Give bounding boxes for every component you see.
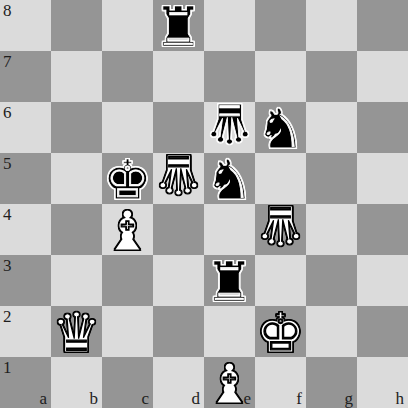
square-b6[interactable]: [51, 102, 102, 153]
square-a8[interactable]: 8: [0, 0, 51, 51]
square-d7[interactable]: [153, 51, 204, 102]
chess-board: 8♜76♛♞5♚♛♞4♝♛3♜2♛♚1abcde♝fgh: [0, 0, 408, 408]
square-f2[interactable]: ♚: [255, 306, 306, 357]
square-a3[interactable]: 3: [0, 255, 51, 306]
file-label-b: b: [90, 390, 99, 407]
square-g5[interactable]: [306, 153, 357, 204]
piece-black-rook[interactable]: ♜: [154, 0, 203, 55]
square-h7[interactable]: [357, 51, 408, 102]
square-b8[interactable]: [51, 0, 102, 51]
piece-black-knight[interactable]: ♞: [256, 102, 305, 157]
square-c7[interactable]: [102, 51, 153, 102]
rank-label-8: 8: [3, 2, 12, 19]
file-label-d: d: [192, 390, 201, 407]
square-e2[interactable]: [204, 306, 255, 357]
square-e4[interactable]: [204, 204, 255, 255]
square-g7[interactable]: [306, 51, 357, 102]
piece-white-bishop[interactable]: ♝: [205, 357, 254, 408]
piece-white-king[interactable]: ♚: [256, 306, 305, 361]
square-b4[interactable]: [51, 204, 102, 255]
square-d4[interactable]: [153, 204, 204, 255]
rank-label-5: 5: [3, 155, 12, 172]
square-b7[interactable]: [51, 51, 102, 102]
square-g8[interactable]: [306, 0, 357, 51]
square-e6[interactable]: ♛: [204, 102, 255, 153]
square-c4[interactable]: ♝: [102, 204, 153, 255]
square-b5[interactable]: [51, 153, 102, 204]
file-label-f: f: [296, 390, 302, 407]
rank-label-3: 3: [3, 257, 12, 274]
square-c2[interactable]: [102, 306, 153, 357]
square-d1[interactable]: d: [153, 357, 204, 408]
square-g2[interactable]: [306, 306, 357, 357]
square-f8[interactable]: [255, 0, 306, 51]
rank-label-6: 6: [3, 104, 12, 121]
square-h5[interactable]: [357, 153, 408, 204]
square-a1[interactable]: 1a: [0, 357, 51, 408]
rank-label-7: 7: [3, 53, 12, 70]
square-c3[interactable]: [102, 255, 153, 306]
square-d8[interactable]: ♜: [153, 0, 204, 51]
piece-black-rook[interactable]: ♜: [205, 255, 254, 310]
square-c5[interactable]: ♚: [102, 153, 153, 204]
square-h6[interactable]: [357, 102, 408, 153]
piece-white-queen[interactable]: ♛: [52, 306, 101, 361]
square-h8[interactable]: [357, 0, 408, 51]
square-a2[interactable]: 2: [0, 306, 51, 357]
square-f3[interactable]: [255, 255, 306, 306]
square-g6[interactable]: [306, 102, 357, 153]
file-label-c: c: [141, 390, 149, 407]
square-c1[interactable]: c: [102, 357, 153, 408]
square-f4[interactable]: ♛: [255, 204, 306, 255]
rank-label-4: 4: [3, 206, 12, 223]
piece-white-bishop[interactable]: ♝: [103, 204, 152, 259]
square-d3[interactable]: [153, 255, 204, 306]
file-label-h: h: [396, 390, 405, 407]
square-f1[interactable]: f: [255, 357, 306, 408]
square-a4[interactable]: 4: [0, 204, 51, 255]
square-c6[interactable]: [102, 102, 153, 153]
square-h1[interactable]: h: [357, 357, 408, 408]
square-b3[interactable]: [51, 255, 102, 306]
square-g3[interactable]: [306, 255, 357, 306]
square-g4[interactable]: [306, 204, 357, 255]
square-a6[interactable]: 6: [0, 102, 51, 153]
piece-black-knight[interactable]: ♞: [205, 153, 254, 208]
rank-label-2: 2: [3, 308, 12, 325]
square-e3[interactable]: ♜: [204, 255, 255, 306]
square-h2[interactable]: [357, 306, 408, 357]
file-label-g: g: [345, 390, 354, 407]
square-f7[interactable]: [255, 51, 306, 102]
square-b2[interactable]: ♛: [51, 306, 102, 357]
square-b1[interactable]: b: [51, 357, 102, 408]
rank-label-1: 1: [3, 359, 12, 376]
square-e1[interactable]: e♝: [204, 357, 255, 408]
square-a5[interactable]: 5: [0, 153, 51, 204]
square-f6[interactable]: ♞: [255, 102, 306, 153]
piece-white-grasshopper[interactable]: ♛: [154, 146, 203, 201]
square-d2[interactable]: [153, 306, 204, 357]
square-e8[interactable]: [204, 0, 255, 51]
piece-black-grasshopper[interactable]: ♛: [205, 95, 254, 150]
file-label-a: a: [39, 390, 47, 407]
square-h3[interactable]: [357, 255, 408, 306]
piece-white-grasshopper[interactable]: ♛: [256, 197, 305, 252]
square-d5[interactable]: ♛: [153, 153, 204, 204]
square-a7[interactable]: 7: [0, 51, 51, 102]
square-e5[interactable]: ♞: [204, 153, 255, 204]
square-g1[interactable]: g: [306, 357, 357, 408]
square-c8[interactable]: [102, 0, 153, 51]
square-h4[interactable]: [357, 204, 408, 255]
